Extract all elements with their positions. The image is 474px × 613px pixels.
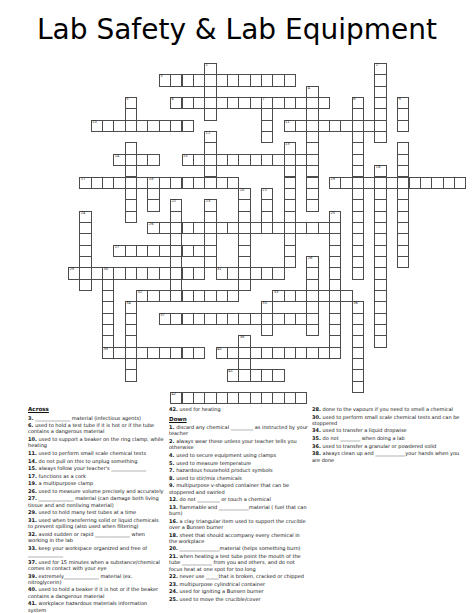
grid-cell[interactable] <box>125 369 137 381</box>
cell-number: 21 <box>262 189 267 193</box>
cell-number: 36 <box>353 302 358 306</box>
cell-number: 22 <box>172 200 177 204</box>
cell-number: 42 <box>172 393 177 397</box>
clue-across-40: 40. used to hold a beaker if it is hot o… <box>28 586 165 599</box>
cell-number: 20 <box>240 189 245 193</box>
grid-cell[interactable] <box>147 199 159 211</box>
grid-cell[interactable] <box>295 392 307 404</box>
grid-cell[interactable] <box>374 335 386 347</box>
clue-down-36: 36. used to transfer a granular or powde… <box>312 443 461 449</box>
clue-across-33: 33. keep your workspace organized and fr… <box>28 545 165 558</box>
cell-number: 3 <box>160 75 162 79</box>
cell-number: 30 <box>103 268 108 272</box>
grid-cell[interactable] <box>79 279 91 291</box>
grid-cell[interactable] <box>272 267 284 279</box>
cell-number: 6 <box>172 98 174 102</box>
grid-cell[interactable] <box>193 267 205 279</box>
grid-cell[interactable] <box>227 290 239 302</box>
cell-number: 37 <box>160 314 165 318</box>
cell-number: 29 <box>69 268 74 272</box>
grid-cell[interactable] <box>272 369 284 381</box>
cell-number: 19 <box>330 178 335 182</box>
clue-down-8: 8. used to stir/mix chemicals <box>169 475 308 481</box>
grid-cell[interactable] <box>284 256 296 268</box>
clue-down-18: 18. sheet that should accompany every ch… <box>169 532 308 545</box>
cell-number: 33 <box>274 291 279 295</box>
cell-number: 1 <box>206 64 208 68</box>
cell-number: 39 <box>103 348 108 352</box>
grid-cell[interactable] <box>397 256 409 268</box>
clue-across-15: 15. always follow your teacher's _______… <box>28 465 165 471</box>
grid-cell[interactable] <box>306 324 318 336</box>
clue-down-25: 25. used to move the crucible/cover <box>169 596 308 602</box>
clue-down-2: 2. always wear these unless your teacher… <box>169 438 308 451</box>
clue-across-39: 39. extremely______________ material (ex… <box>28 573 165 586</box>
cell-number: 14 <box>115 155 120 159</box>
grid-cell[interactable] <box>261 131 273 143</box>
grid-cell[interactable] <box>352 267 364 279</box>
cell-number: 12 <box>206 132 211 136</box>
grid-cell[interactable] <box>374 131 386 143</box>
clue-down-7: 7. hazardous household product symbols <box>169 467 308 473</box>
clues-column-2: 42. used for heatingDown1. discard any c… <box>169 406 308 604</box>
cell-number: 7 <box>262 98 264 102</box>
clue-across-26: 26. used to measure volume precisely and… <box>28 488 165 494</box>
clue-across-27: 27. ______________ material (can damage … <box>28 495 165 508</box>
cell-number: 11 <box>285 121 290 125</box>
clues-column-1: Across3. ______________ material (infect… <box>28 406 165 613</box>
clue-across-10: 10. used to support a beaker on the ring… <box>28 436 165 449</box>
clue-down-16: 16. a clay triangular item used to suppo… <box>169 518 308 531</box>
clue-across-3: 3. ______________ material (infectious a… <box>28 415 165 421</box>
cell-number: 17 <box>81 178 86 182</box>
clue-across-42: 42. used for heating <box>169 406 308 412</box>
cell-number: 4 <box>308 87 310 91</box>
cell-number: 40 <box>217 348 222 352</box>
clue-across-31: 31. used when transferring solid or liqu… <box>28 517 165 530</box>
grid-cell[interactable] <box>397 120 409 132</box>
clue-across-14: 14. do not pull on this to unplug someth… <box>28 458 165 464</box>
cell-number: 31 <box>217 268 222 272</box>
clue-across-19: 19. a multipurpose clamp <box>28 480 165 486</box>
cell-number: 8 <box>353 98 355 102</box>
clue-down-22: 22. never use _____that is broken, crack… <box>169 573 308 579</box>
cell-number: 35 <box>262 302 267 306</box>
clue-down-21: 21. when heating a test tube point the m… <box>169 553 308 572</box>
cell-number: 26 <box>149 223 154 227</box>
clue-down-35: 35. do not ________ when doing a lab <box>312 435 461 441</box>
page-title: Lab Safety & Lab Equipment <box>0 13 474 46</box>
cell-number: 5 <box>126 98 128 102</box>
clue-across-6: 6. used to hold a test tube if it is hot… <box>28 422 165 435</box>
clue-down-1: 1. discard any chemical _________ as ins… <box>169 424 308 437</box>
clue-across-32: 32. avoid sudden or rapid ______________… <box>28 531 165 544</box>
grid-cell[interactable] <box>238 279 250 291</box>
cell-number: 15 <box>183 155 188 159</box>
clue-across-37: 37. used for 15 minutes when a substance… <box>28 559 165 572</box>
cell-number: 28 <box>308 257 313 261</box>
cell-number: 9 <box>399 98 401 102</box>
grid-cell[interactable] <box>182 120 194 132</box>
cell-number: 32 <box>138 291 143 295</box>
crossword-grid: 3610111415171926272931323337394041421245… <box>68 63 467 405</box>
grid-cell[interactable] <box>329 347 341 359</box>
crossword-worksheet: { "title": "Lab Safety & Lab Equipment",… <box>0 0 474 613</box>
clue-across-17: 17. functions as a cork <box>28 473 165 479</box>
down-header: Down <box>169 416 308 423</box>
clue-across-41: 41. workplace hazardous materials inform… <box>28 600 165 613</box>
clue-down-5: 5. used to measure temperature <box>169 460 308 466</box>
clue-down-34: 34. used to transfer a liquid dropwise <box>312 427 461 433</box>
grid-cell[interactable] <box>261 324 273 336</box>
cell-number: 24 <box>81 212 86 216</box>
grid-cell[interactable] <box>193 347 205 359</box>
clue-down-30: 30. used to perform small scale chemical… <box>312 414 461 427</box>
clues-column-3: 28. done to the vapours if you need to s… <box>312 406 461 464</box>
cell-number: 18 <box>149 178 154 182</box>
cell-number: 13 <box>285 143 290 147</box>
cell-number: 38 <box>240 336 245 340</box>
clue-down-28: 28. done to the vapours if you need to s… <box>312 406 461 412</box>
clue-down-38: 38. always clean up and ____________your… <box>312 450 461 463</box>
grid-cell[interactable] <box>306 199 318 211</box>
grid-cell[interactable] <box>352 381 364 393</box>
cell-number: 16 <box>376 166 381 170</box>
clue-down-4: 4. used to secure equipment using clamps <box>169 452 308 458</box>
grid-cell[interactable] <box>454 177 466 189</box>
cell-number: 34 <box>126 302 131 306</box>
cell-number: 10 <box>92 121 97 125</box>
clue-down-24: 24. used for igniting a Bunsen burner <box>169 588 308 594</box>
cell-number: 23 <box>206 200 211 204</box>
grid-cell[interactable] <box>318 97 330 109</box>
clue-down-23: 23. multipurpose cylindrical container <box>169 581 308 587</box>
grid-cell[interactable] <box>204 108 216 120</box>
across-header: Across <box>28 406 165 413</box>
clue-down-20: 20. ________________material (helps some… <box>169 545 308 551</box>
clue-across-29: 29. used to hold many test tubes at a ti… <box>28 509 165 515</box>
cell-number: 25 <box>330 212 335 216</box>
clue-down-9: 9. multipurpose v-shaped container that … <box>169 482 308 495</box>
clue-down-12: 12. do not _________ or touch a chemical <box>169 496 308 502</box>
grid-cell[interactable] <box>147 154 159 166</box>
grid-cell[interactable] <box>284 74 296 86</box>
grid-cell[interactable] <box>125 211 137 223</box>
clue-across-11: 11. used to perform small scale chemical… <box>28 450 165 456</box>
clue-down-13: 13. flammable and ____________material (… <box>169 504 308 517</box>
cell-number: 2 <box>376 64 378 68</box>
cell-number: 41 <box>228 370 233 374</box>
cell-number: 27 <box>115 246 120 250</box>
